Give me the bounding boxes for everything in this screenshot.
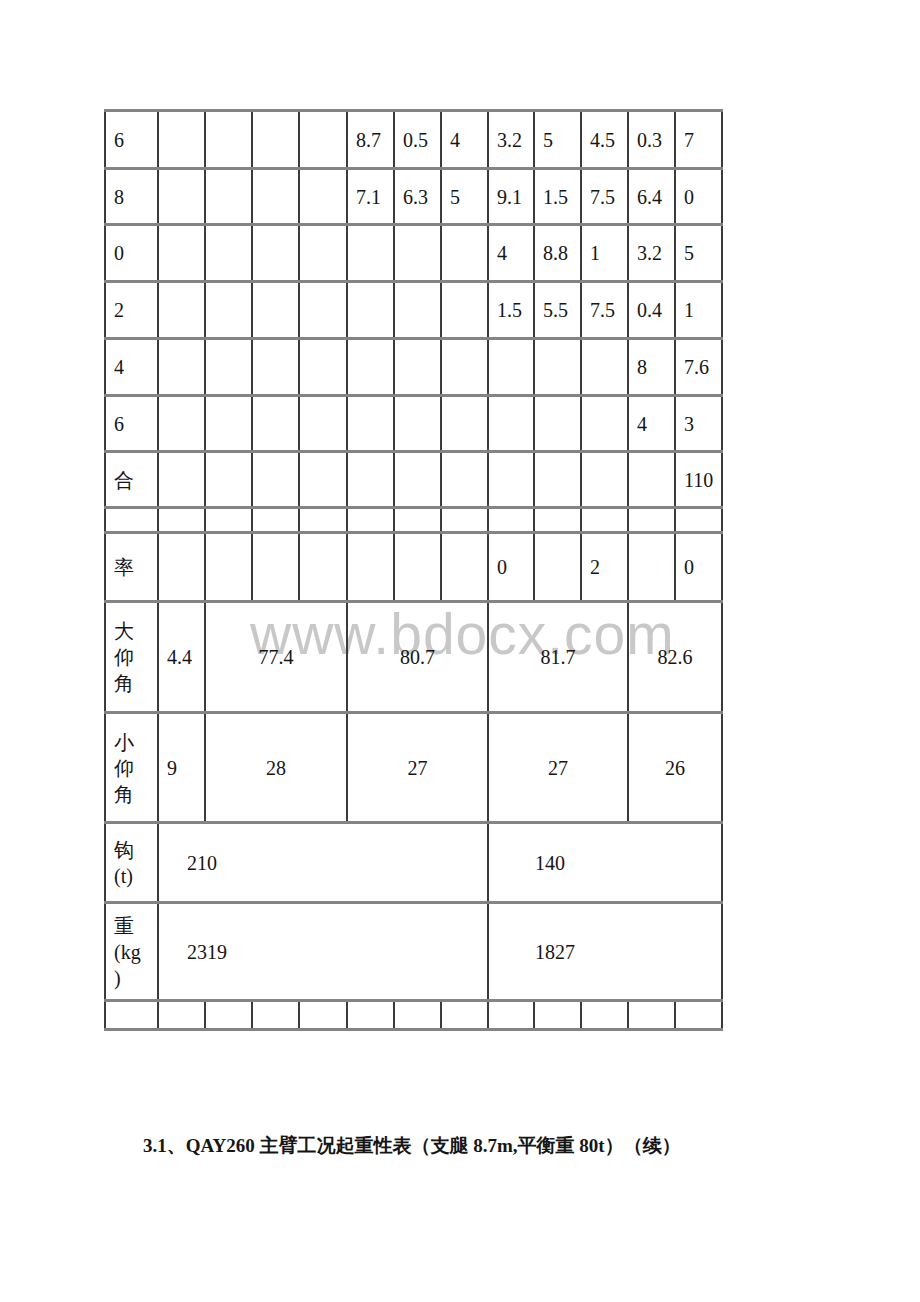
table-cell: 1.5: [534, 169, 581, 225]
table-cell: [394, 1001, 441, 1030]
table-cell: 0.5: [394, 111, 441, 169]
table-cell: 4.4: [158, 602, 205, 713]
table-cell: [299, 225, 347, 282]
table-cell: [299, 533, 347, 602]
table-cell: 大仰角: [105, 602, 158, 713]
table-cell: [158, 225, 205, 282]
table-cell: 8: [105, 169, 158, 225]
table-cell: 0.4: [628, 282, 675, 339]
table-cell: [347, 339, 394, 396]
table-cell: 合: [105, 452, 158, 508]
table-cell: [394, 452, 441, 508]
table-row: 68.70.543.254.50.37: [105, 111, 722, 169]
table-cell: 1: [581, 225, 628, 282]
table-cell: [581, 396, 628, 452]
table-cell: [394, 533, 441, 602]
table-cell: 8.7: [347, 111, 394, 169]
table-cell: [158, 339, 205, 396]
table-cell: [252, 396, 299, 452]
table-cell: 2319: [158, 903, 488, 1001]
table-cell: [675, 1001, 722, 1030]
table-cell: [347, 282, 394, 339]
table-caption: 3.1、QAY260 主臂工况起重性表（支腿 8.7m,平衡重 80t）（续）: [143, 1133, 681, 1159]
table-cell: 9.1: [488, 169, 534, 225]
table-cell: [394, 396, 441, 452]
table-cell: 4: [628, 396, 675, 452]
table-cell: 2: [105, 282, 158, 339]
load-capacity-table: 68.70.543.254.50.3787.16.359.11.57.56.40…: [104, 109, 723, 1031]
table-cell: 9: [158, 713, 205, 823]
table-row: 钩(t)210140: [105, 823, 722, 903]
table-cell: 27: [347, 713, 488, 823]
table-row: 小仰角928272726: [105, 713, 722, 823]
table-cell: [205, 396, 252, 452]
table-cell: 1.5: [488, 282, 534, 339]
table-cell: [105, 1001, 158, 1030]
table-row: 合110: [105, 452, 722, 508]
table-cell: [158, 452, 205, 508]
table-cell: [628, 508, 675, 533]
table-cell: [158, 1001, 205, 1030]
table-cell: [252, 282, 299, 339]
table-cell: [299, 169, 347, 225]
table-cell: [394, 339, 441, 396]
table-cell: [534, 533, 581, 602]
table-row: [105, 1001, 722, 1030]
table-row: [105, 508, 722, 533]
table-cell: 82.6: [628, 602, 722, 713]
table-cell: 6: [105, 396, 158, 452]
table-cell: [441, 508, 488, 533]
table-cell: [205, 508, 252, 533]
table-cell: [675, 508, 722, 533]
table-cell: [394, 282, 441, 339]
table-cell: 6.3: [394, 169, 441, 225]
table-row: 643: [105, 396, 722, 452]
table-cell: [205, 533, 252, 602]
table-cell: 0: [675, 169, 722, 225]
table-cell: [347, 225, 394, 282]
table-cell: [158, 111, 205, 169]
table-row: 048.813.25: [105, 225, 722, 282]
table-cell: [252, 225, 299, 282]
table-cell: [299, 282, 347, 339]
table-cell: [158, 533, 205, 602]
table-cell: 27: [488, 713, 628, 823]
table-cell: 81.7: [488, 602, 628, 713]
table-cell: 6.4: [628, 169, 675, 225]
table-cell: [581, 1001, 628, 1030]
table-cell: [628, 1001, 675, 1030]
table-cell: [347, 396, 394, 452]
table-cell: [299, 452, 347, 508]
table-cell: [158, 169, 205, 225]
table-cell: [441, 282, 488, 339]
table-cell: 钩(t): [105, 823, 158, 903]
table-cell: [441, 339, 488, 396]
table-cell: 5: [675, 225, 722, 282]
table-cell: 26: [628, 713, 722, 823]
table-cell: [441, 533, 488, 602]
table-cell: [252, 452, 299, 508]
table-cell: 5: [534, 111, 581, 169]
table-cell: 4: [105, 339, 158, 396]
table-cell: 重(kg): [105, 903, 158, 1001]
table-cell: [205, 111, 252, 169]
table-cell: 0: [105, 225, 158, 282]
table-cell: [299, 396, 347, 452]
table-cell: 5.5: [534, 282, 581, 339]
table-cell: [158, 282, 205, 339]
table-cell: 3: [675, 396, 722, 452]
table-cell: 140: [488, 823, 722, 903]
table-cell: [441, 1001, 488, 1030]
table-cell: [581, 452, 628, 508]
table-row: 率020: [105, 533, 722, 602]
table-cell: 4: [441, 111, 488, 169]
table-cell: [205, 169, 252, 225]
table-cell: [299, 1001, 347, 1030]
table-cell: [252, 111, 299, 169]
table-cell: 210: [158, 823, 488, 903]
table-cell: [628, 533, 675, 602]
table-row: 21.55.57.50.41: [105, 282, 722, 339]
table-cell: 1: [675, 282, 722, 339]
table-cell: [252, 1001, 299, 1030]
table-cell: 5: [441, 169, 488, 225]
table-cell: 8: [628, 339, 675, 396]
table-cell: [441, 225, 488, 282]
table-row: 重(kg)23191827: [105, 903, 722, 1001]
table-cell: 率: [105, 533, 158, 602]
table-cell: 3.2: [628, 225, 675, 282]
table-cell: 7.5: [581, 282, 628, 339]
table-cell: [441, 396, 488, 452]
table-cell: [205, 225, 252, 282]
table-cell: [534, 339, 581, 396]
document-page: www.bdocx.com 68.70.543.254.50.3787.16.3…: [0, 0, 920, 1302]
table-cell: [299, 508, 347, 533]
table-cell: 0: [675, 533, 722, 602]
table-cell: 0.3: [628, 111, 675, 169]
table-cell: [347, 508, 394, 533]
table-cell: 110: [675, 452, 722, 508]
table-cell: 28: [205, 713, 347, 823]
table-cell: 80.7: [347, 602, 488, 713]
table-cell: 1827: [488, 903, 722, 1001]
table-row: 大仰角4.477.480.781.782.6: [105, 602, 722, 713]
table-cell: [581, 339, 628, 396]
table-cell: [347, 452, 394, 508]
table-cell: 7.1: [347, 169, 394, 225]
table-cell: [252, 339, 299, 396]
table-cell: 2: [581, 533, 628, 602]
table-cell: [488, 508, 534, 533]
table-cell: [534, 508, 581, 533]
table-cell: [488, 396, 534, 452]
table-cell: 0: [488, 533, 534, 602]
table-cell: [205, 452, 252, 508]
table-cell: [252, 169, 299, 225]
table-row: 87.16.359.11.57.56.40: [105, 169, 722, 225]
table-cell: 7: [675, 111, 722, 169]
table-cell: [205, 282, 252, 339]
table-cell: 3.2: [488, 111, 534, 169]
table-cell: [628, 452, 675, 508]
table-cell: [252, 533, 299, 602]
table-cell: 77.4: [205, 602, 347, 713]
table-cell: 6: [105, 111, 158, 169]
table-cell: [205, 1001, 252, 1030]
table-cell: 4.5: [581, 111, 628, 169]
table-cell: [158, 508, 205, 533]
table-cell: [158, 396, 205, 452]
table-cell: 4: [488, 225, 534, 282]
table-cell: [534, 396, 581, 452]
table-cell: 小仰角: [105, 713, 158, 823]
table-cell: [394, 508, 441, 533]
table-cell: [394, 225, 441, 282]
table-cell: [488, 1001, 534, 1030]
table-cell: [347, 1001, 394, 1030]
table-cell: [441, 452, 488, 508]
table-cell: [205, 339, 252, 396]
table-cell: [534, 1001, 581, 1030]
table-cell: [581, 508, 628, 533]
table-cell: [299, 339, 347, 396]
table-cell: [488, 339, 534, 396]
table-cell: [105, 508, 158, 533]
table-row: 487.6: [105, 339, 722, 396]
table-cell: [299, 111, 347, 169]
table-cell: [252, 508, 299, 533]
table-cell: [488, 452, 534, 508]
table-cell: 7.5: [581, 169, 628, 225]
table-cell: [347, 533, 394, 602]
table-cell: 7.6: [675, 339, 722, 396]
table-cell: 8.8: [534, 225, 581, 282]
table-cell: [534, 452, 581, 508]
